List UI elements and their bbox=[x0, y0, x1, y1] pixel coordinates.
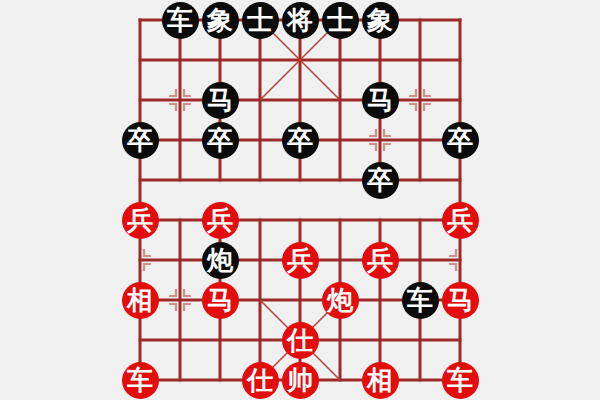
red-soldier[interactable]: 兵 bbox=[202, 202, 239, 239]
black-advisor[interactable]: 士 bbox=[322, 2, 359, 39]
black-chariot[interactable]: 车 bbox=[402, 282, 439, 319]
red-soldier[interactable]: 兵 bbox=[362, 242, 399, 279]
black-elephant[interactable]: 象 bbox=[202, 2, 239, 39]
red-chariot[interactable]: 车 bbox=[122, 362, 159, 399]
black-soldier[interactable]: 卒 bbox=[122, 122, 159, 159]
red-cannon[interactable]: 炮 bbox=[322, 282, 359, 319]
black-cannon[interactable]: 炮 bbox=[202, 242, 239, 279]
red-soldier[interactable]: 兵 bbox=[122, 202, 159, 239]
black-advisor[interactable]: 士 bbox=[242, 2, 279, 39]
red-soldier[interactable]: 兵 bbox=[442, 202, 479, 239]
red-horse[interactable]: 马 bbox=[202, 282, 239, 319]
black-general[interactable]: 将 bbox=[282, 2, 319, 39]
black-horse[interactable]: 马 bbox=[202, 82, 239, 119]
xiangqi-board-view: 车象士将士象马马卒卒卒卒卒兵兵兵炮兵兵相马炮车马仕车仕帅相车 bbox=[0, 0, 600, 400]
red-elephant[interactable]: 相 bbox=[362, 362, 399, 399]
black-elephant[interactable]: 象 bbox=[362, 2, 399, 39]
board: 车象士将士象马马卒卒卒卒卒兵兵兵炮兵兵相马炮车马仕车仕帅相车 bbox=[120, 0, 480, 400]
red-soldier[interactable]: 兵 bbox=[282, 242, 319, 279]
black-chariot[interactable]: 车 bbox=[162, 2, 199, 39]
red-general[interactable]: 帅 bbox=[282, 362, 319, 399]
black-horse[interactable]: 马 bbox=[362, 82, 399, 119]
red-chariot[interactable]: 车 bbox=[442, 362, 479, 399]
red-advisor[interactable]: 仕 bbox=[282, 322, 319, 359]
red-elephant[interactable]: 相 bbox=[122, 282, 159, 319]
black-soldier[interactable]: 卒 bbox=[362, 162, 399, 199]
black-soldier[interactable]: 卒 bbox=[282, 122, 319, 159]
black-soldier[interactable]: 卒 bbox=[202, 122, 239, 159]
red-horse[interactable]: 马 bbox=[442, 282, 479, 319]
red-advisor[interactable]: 仕 bbox=[242, 362, 279, 399]
black-soldier[interactable]: 卒 bbox=[442, 122, 479, 159]
